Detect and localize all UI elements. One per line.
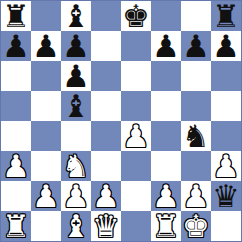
square-h8[interactable]: ♜ xyxy=(211,1,241,31)
square-g7[interactable]: ♟ xyxy=(181,31,211,61)
square-a5[interactable] xyxy=(1,91,31,121)
piece-black-king-e8[interactable]: ♚ xyxy=(122,1,150,31)
piece-black-rook-a8[interactable]: ♜ xyxy=(2,1,30,31)
piece-black-pawn-b7[interactable]: ♟ xyxy=(32,31,60,61)
piece-white-pawn-c2[interactable]: ♟ xyxy=(62,181,90,211)
square-c7[interactable]: ♟ xyxy=(61,31,91,61)
piece-black-pawn-f7[interactable]: ♟ xyxy=(152,31,180,61)
square-g5[interactable] xyxy=(181,91,211,121)
piece-white-pawn-h3[interactable]: ♟ xyxy=(212,151,240,181)
square-h4[interactable] xyxy=(211,121,241,151)
piece-white-pawn-g2[interactable]: ♟ xyxy=(182,181,210,211)
piece-black-pawn-h7[interactable]: ♟ xyxy=(212,31,240,61)
square-d5[interactable] xyxy=(91,91,121,121)
piece-black-pawn-c6[interactable]: ♟ xyxy=(62,61,90,91)
square-g8[interactable] xyxy=(181,1,211,31)
square-c2[interactable]: ♟ xyxy=(61,181,91,211)
square-f5[interactable] xyxy=(151,91,181,121)
piece-white-knight-c3[interactable]: ♞ xyxy=(62,151,90,181)
square-d7[interactable] xyxy=(91,31,121,61)
piece-black-rook-h8[interactable]: ♜ xyxy=(212,1,240,31)
square-h6[interactable] xyxy=(211,61,241,91)
square-h7[interactable]: ♟ xyxy=(211,31,241,61)
square-a8[interactable]: ♜ xyxy=(1,1,31,31)
square-e5[interactable] xyxy=(121,91,151,121)
square-c8[interactable]: ♝ xyxy=(61,1,91,31)
square-b3[interactable] xyxy=(31,151,61,181)
square-g3[interactable] xyxy=(181,151,211,181)
square-e6[interactable] xyxy=(121,61,151,91)
square-f6[interactable] xyxy=(151,61,181,91)
square-h2[interactable]: ♛ xyxy=(211,181,241,211)
square-e3[interactable] xyxy=(121,151,151,181)
piece-white-pawn-d2[interactable]: ♟ xyxy=(92,181,120,211)
square-d1[interactable]: ♛ xyxy=(91,211,121,241)
square-d4[interactable] xyxy=(91,121,121,151)
square-d8[interactable] xyxy=(91,1,121,31)
square-c3[interactable]: ♞ xyxy=(61,151,91,181)
square-g4[interactable]: ♞ xyxy=(181,121,211,151)
square-a4[interactable] xyxy=(1,121,31,151)
chess-board: ♜♝♚♜♟♟♟♟♟♟♟♝♟♞♟♞♟♟♟♟♟♟♛♜♝♛♜♚ xyxy=(0,0,242,242)
square-g1[interactable]: ♚ xyxy=(181,211,211,241)
piece-black-queen-h2[interactable]: ♛ xyxy=(212,181,240,211)
square-a6[interactable] xyxy=(1,61,31,91)
piece-black-knight-g4[interactable]: ♞ xyxy=(182,121,210,151)
piece-white-pawn-e4[interactable]: ♟ xyxy=(122,121,150,151)
piece-white-bishop-c1[interactable]: ♝ xyxy=(62,211,90,241)
square-b8[interactable] xyxy=(31,1,61,31)
square-g6[interactable] xyxy=(181,61,211,91)
square-d2[interactable]: ♟ xyxy=(91,181,121,211)
square-f4[interactable] xyxy=(151,121,181,151)
square-a1[interactable]: ♜ xyxy=(1,211,31,241)
square-e1[interactable] xyxy=(121,211,151,241)
square-b1[interactable] xyxy=(31,211,61,241)
square-e8[interactable]: ♚ xyxy=(121,1,151,31)
piece-white-king-g1[interactable]: ♚ xyxy=(182,211,210,241)
square-b5[interactable] xyxy=(31,91,61,121)
square-e2[interactable] xyxy=(121,181,151,211)
square-h1[interactable] xyxy=(211,211,241,241)
square-h5[interactable] xyxy=(211,91,241,121)
square-c6[interactable]: ♟ xyxy=(61,61,91,91)
piece-black-bishop-c8[interactable]: ♝ xyxy=(62,1,90,31)
piece-white-pawn-a3[interactable]: ♟ xyxy=(2,151,30,181)
square-f2[interactable]: ♟ xyxy=(151,181,181,211)
piece-black-pawn-a7[interactable]: ♟ xyxy=(2,31,30,61)
square-f1[interactable]: ♜ xyxy=(151,211,181,241)
piece-white-rook-f1[interactable]: ♜ xyxy=(152,211,180,241)
square-c1[interactable]: ♝ xyxy=(61,211,91,241)
square-b7[interactable]: ♟ xyxy=(31,31,61,61)
piece-white-rook-a1[interactable]: ♜ xyxy=(2,211,30,241)
piece-black-bishop-c5[interactable]: ♝ xyxy=(62,91,90,121)
square-b6[interactable] xyxy=(31,61,61,91)
square-a2[interactable] xyxy=(1,181,31,211)
piece-white-pawn-b2[interactable]: ♟ xyxy=(32,181,60,211)
square-e7[interactable] xyxy=(121,31,151,61)
square-a3[interactable]: ♟ xyxy=(1,151,31,181)
square-d3[interactable] xyxy=(91,151,121,181)
square-a7[interactable]: ♟ xyxy=(1,31,31,61)
square-g2[interactable]: ♟ xyxy=(181,181,211,211)
piece-white-pawn-f2[interactable]: ♟ xyxy=(152,181,180,211)
square-f7[interactable]: ♟ xyxy=(151,31,181,61)
piece-black-pawn-c7[interactable]: ♟ xyxy=(62,31,90,61)
square-c5[interactable]: ♝ xyxy=(61,91,91,121)
piece-black-pawn-g7[interactable]: ♟ xyxy=(182,31,210,61)
square-c4[interactable] xyxy=(61,121,91,151)
square-h3[interactable]: ♟ xyxy=(211,151,241,181)
piece-white-queen-d1[interactable]: ♛ xyxy=(92,211,120,241)
square-f8[interactable] xyxy=(151,1,181,31)
square-b2[interactable]: ♟ xyxy=(31,181,61,211)
square-d6[interactable] xyxy=(91,61,121,91)
square-f3[interactable] xyxy=(151,151,181,181)
square-e4[interactable]: ♟ xyxy=(121,121,151,151)
square-b4[interactable] xyxy=(31,121,61,151)
